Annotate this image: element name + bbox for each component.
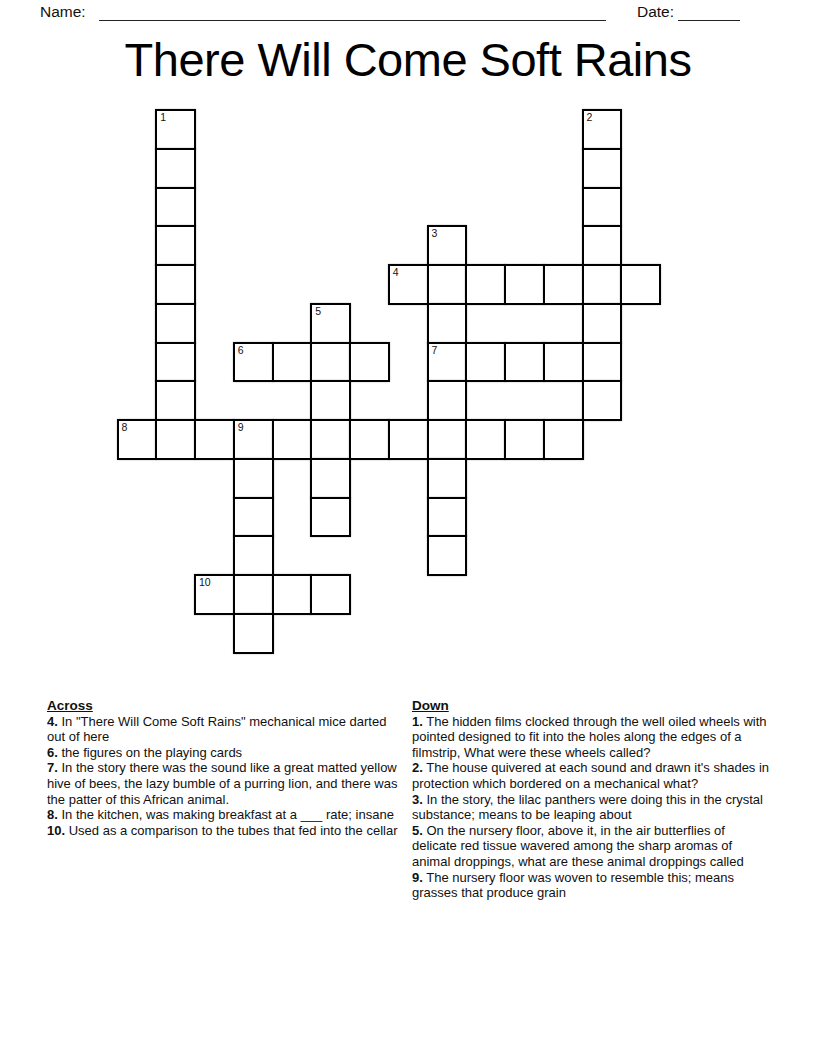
grid-cell[interactable]	[427, 419, 468, 460]
grid-cell[interactable]	[272, 342, 313, 383]
grid-cell[interactable]	[582, 225, 623, 266]
grid-cell[interactable]	[388, 419, 429, 460]
clue-number-label: 9.	[412, 870, 423, 885]
grid-cell[interactable]	[194, 419, 235, 460]
clue-number-label: 3.	[412, 792, 423, 807]
grid-cell[interactable]	[310, 497, 351, 538]
grid-cell[interactable]	[233, 458, 274, 499]
grid-cell[interactable]	[465, 419, 506, 460]
clue-number-label: 8.	[47, 807, 58, 822]
down-heading: Down	[412, 698, 772, 714]
grid-cell[interactable]: 2	[582, 109, 623, 150]
down-clues: Down 1. The hidden films clocked through…	[412, 698, 772, 901]
clue-number: 4	[393, 267, 399, 278]
grid-cell[interactable]	[272, 574, 313, 615]
grid-cell[interactable]	[504, 419, 545, 460]
crossword-grid: 12345678910	[118, 110, 661, 653]
grid-cell[interactable]	[349, 342, 390, 383]
grid-cell[interactable]	[233, 574, 274, 615]
clue-number: 3	[432, 228, 438, 239]
clue-across-7: 7. In the story there was the sound like…	[47, 760, 399, 807]
clue-number: 6	[238, 345, 244, 356]
grid-cell[interactable]	[465, 264, 506, 305]
grid-cell[interactable]	[155, 148, 196, 189]
clue-number: 2	[587, 112, 593, 123]
clue-across-8: 8. In the kitchen, was making breakfast …	[47, 807, 399, 823]
grid-cell[interactable]	[582, 303, 623, 344]
name-label: Name:	[40, 3, 86, 21]
across-clue-list: 4. In "There Will Come Soft Rains" mecha…	[47, 714, 399, 839]
grid-cell[interactable]	[310, 342, 351, 383]
clue-down-1: 1. The hidden films clocked through the …	[412, 714, 772, 761]
puzzle-title: There Will Come Soft Rains	[0, 33, 816, 87]
date-label: Date:	[637, 3, 674, 21]
grid-cell[interactable]	[233, 535, 274, 576]
clue-number-label: 6.	[47, 745, 58, 760]
down-clue-list: 1. The hidden films clocked through the …	[412, 714, 772, 901]
grid-cell[interactable]	[233, 613, 274, 654]
grid-cell[interactable]	[543, 264, 584, 305]
grid-cell[interactable]	[155, 264, 196, 305]
clue-across-10: 10. Used as a comparison to the tubes th…	[47, 823, 399, 839]
grid-cell[interactable]	[427, 303, 468, 344]
clue-number: 10	[199, 577, 211, 588]
clue-across-4: 4. In "There Will Come Soft Rains" mecha…	[47, 714, 399, 745]
grid-cell[interactable]	[427, 535, 468, 576]
clue-number-label: 2.	[412, 760, 423, 775]
grid-cell[interactable]	[620, 264, 661, 305]
grid-cell[interactable]	[582, 148, 623, 189]
grid-cell[interactable]	[310, 419, 351, 460]
grid-cell[interactable]	[427, 497, 468, 538]
grid-cell[interactable]: 8	[117, 419, 158, 460]
grid-cell[interactable]	[272, 419, 313, 460]
grid-cell[interactable]	[155, 303, 196, 344]
clue-number-label: 7.	[47, 760, 58, 775]
grid-cell[interactable]	[349, 419, 390, 460]
worksheet-page: Name: Date: There Will Come Soft Rains 1…	[0, 0, 816, 1056]
clue-number: 1	[160, 112, 166, 123]
clue-number: 9	[238, 422, 244, 433]
grid-cell[interactable]	[155, 225, 196, 266]
grid-cell[interactable]	[155, 187, 196, 228]
grid-cell[interactable]: 6	[233, 342, 274, 383]
grid-cell[interactable]	[582, 187, 623, 228]
grid-cell[interactable]	[543, 419, 584, 460]
across-heading: Across	[47, 698, 399, 714]
grid-cell[interactable]	[504, 342, 545, 383]
clue-number: 8	[122, 422, 128, 433]
grid-cell[interactable]	[233, 497, 274, 538]
grid-cell[interactable]: 4	[388, 264, 429, 305]
grid-cell[interactable]: 3	[427, 225, 468, 266]
grid-cell[interactable]: 7	[427, 342, 468, 383]
grid-cell[interactable]	[427, 380, 468, 421]
clue-number-label: 1.	[412, 714, 423, 729]
grid-cell[interactable]: 5	[310, 303, 351, 344]
clue-down-9: 9. The nursery floor was woven to resemb…	[412, 870, 772, 901]
grid-cell[interactable]	[155, 342, 196, 383]
grid-cell[interactable]	[543, 342, 584, 383]
across-clues: Across 4. In "There Will Come Soft Rains…	[47, 698, 399, 838]
grid-cell[interactable]: 1	[155, 109, 196, 150]
grid-cell[interactable]	[427, 458, 468, 499]
clue-down-2: 2. The house quivered at each sound and …	[412, 760, 772, 791]
date-input-line[interactable]	[678, 20, 740, 21]
grid-cell[interactable]	[582, 380, 623, 421]
grid-cell[interactable]	[310, 380, 351, 421]
grid-cell[interactable]: 10	[194, 574, 235, 615]
grid-cell[interactable]	[582, 342, 623, 383]
grid-cell[interactable]: 9	[233, 419, 274, 460]
grid-cell[interactable]	[504, 264, 545, 305]
clue-number-label: 5.	[412, 823, 423, 838]
name-input-line[interactable]	[99, 20, 606, 21]
clue-number-label: 10.	[47, 823, 65, 838]
clue-number-label: 4.	[47, 714, 58, 729]
clue-down-5: 5. On the nursery floor, above it, in th…	[412, 823, 772, 870]
grid-cell[interactable]	[310, 458, 351, 499]
clue-number: 5	[315, 306, 321, 317]
grid-cell[interactable]	[582, 264, 623, 305]
grid-cell[interactable]	[465, 342, 506, 383]
grid-cell[interactable]	[427, 264, 468, 305]
clue-across-6: 6. the figures on the playing cards	[47, 745, 399, 761]
grid-cell[interactable]	[155, 380, 196, 421]
clue-number: 7	[432, 345, 438, 356]
grid-cell[interactable]	[155, 419, 196, 460]
grid-cell[interactable]	[310, 574, 351, 615]
clue-down-3: 3. In the story, the lilac panthers were…	[412, 792, 772, 823]
